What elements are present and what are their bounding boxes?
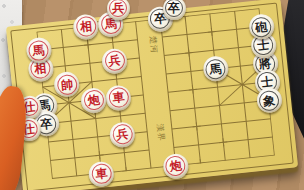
river-text-right: 漢界	[154, 123, 167, 142]
piece-character: 砲	[255, 20, 268, 33]
piece-captured-red-soldier[interactable]: 兵	[107, 0, 130, 20]
piece-captured-black-soldier[interactable]: 卒	[163, 0, 186, 20]
piece-character: 相	[34, 62, 47, 75]
piece-character: 馬	[32, 44, 45, 57]
piece-character: 車	[95, 167, 108, 180]
piece-character: 將	[259, 57, 272, 70]
piece-character: 兵	[116, 128, 129, 141]
river-text-left: 楚河	[147, 36, 160, 55]
piece-character: 炮	[87, 94, 100, 107]
piece-character: 馬	[209, 62, 222, 75]
piece-character: 卒	[40, 117, 53, 130]
piece-character: 兵	[108, 54, 121, 67]
piece-character: 炮	[169, 159, 182, 172]
piece-character: 士	[257, 38, 270, 51]
piece-character: 象	[262, 94, 275, 107]
piece-character: 卒	[168, 2, 180, 14]
piece-character: 帥	[60, 78, 73, 91]
xiangqi-board: 楚河 漢界 帥相相馬馬車車炮炮兵兵將士士象砲馬馬卒卒仕仕	[6, 0, 298, 190]
piece-character: 兵	[112, 2, 124, 14]
piece-character: 相	[79, 20, 92, 33]
piece-character: 車	[112, 91, 125, 104]
photo-scene: 楚河 漢界 帥相相馬馬車車炮炮兵兵將士士象砲馬馬卒卒仕仕 兵卒	[0, 0, 304, 190]
piece-character: 士	[260, 75, 273, 88]
